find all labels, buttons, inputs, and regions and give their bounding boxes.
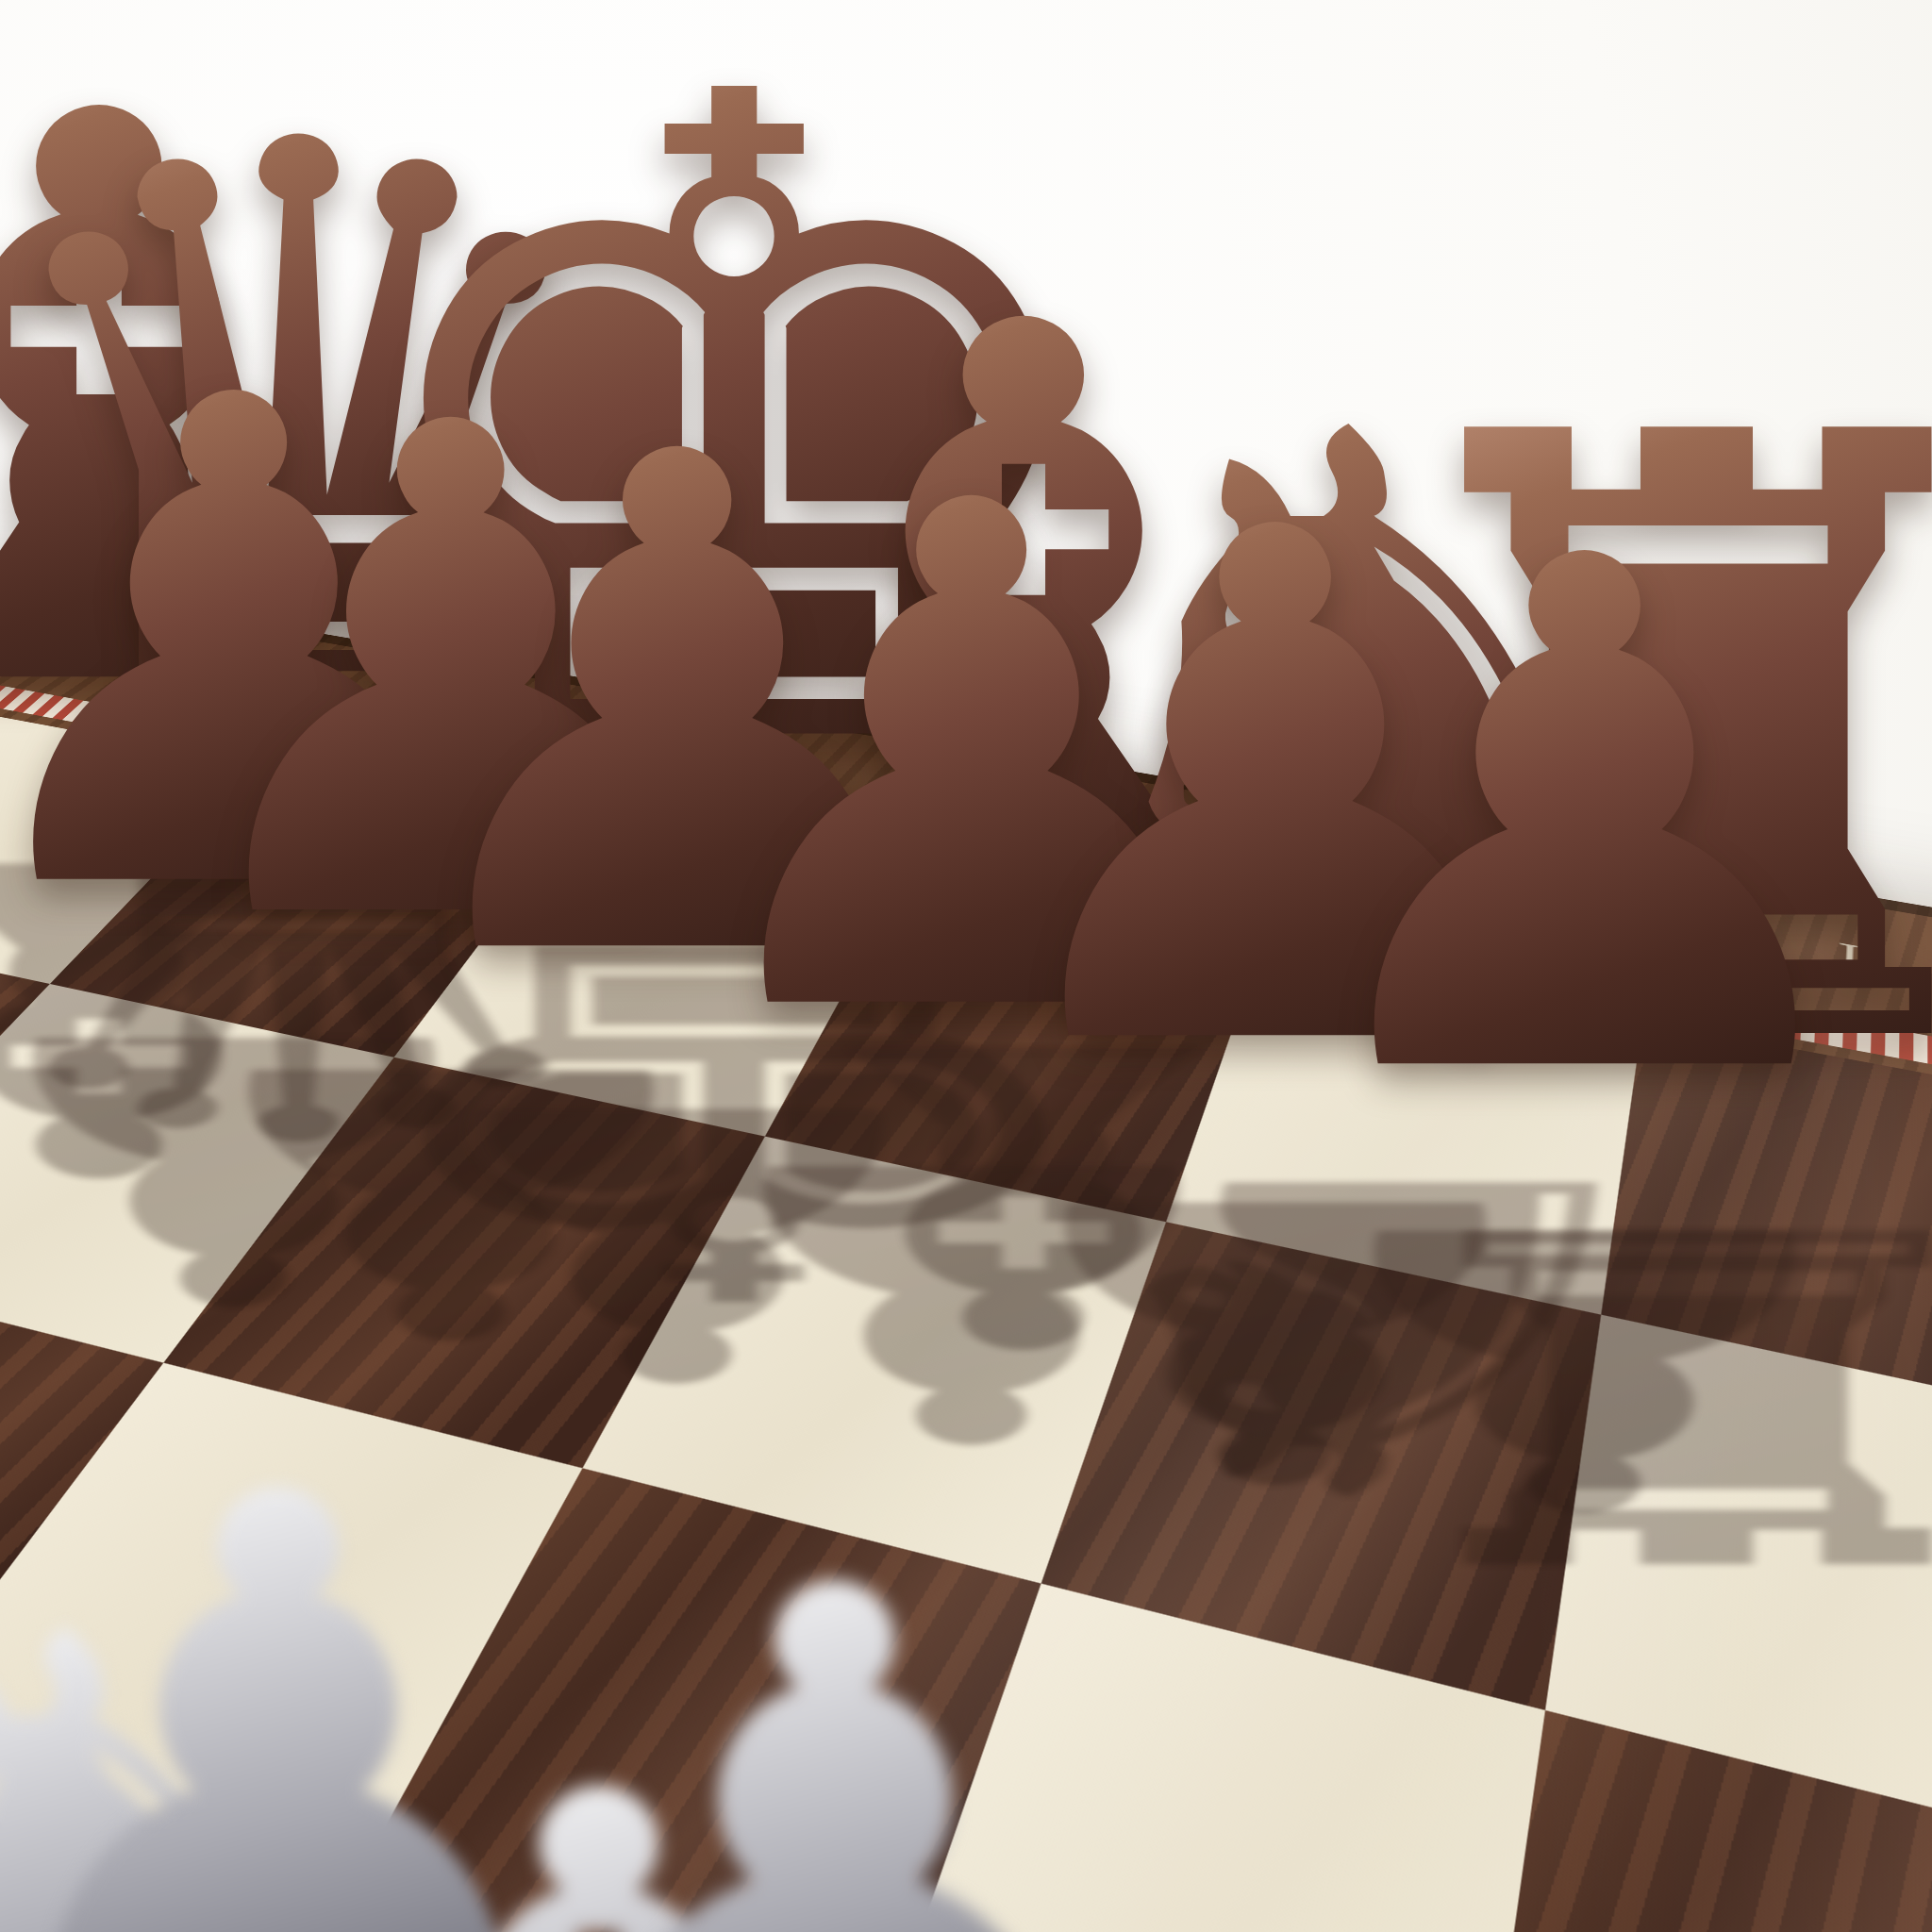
pawn-glyph: ♟	[1270, 469, 1900, 1172]
piece-black-pawn-h7[interactable]: ♟♟	[1585, 1143, 1932, 1846]
pieces-layer: ♝♝♛♛♟♟♚♚♟♟♟♟♝♝♟♟♞♞♟♟♜♜♟♟♞♟♝♟	[0, 0, 1932, 1932]
pawn-glyph: ♟	[496, 1492, 1173, 1932]
piece-reflection: ♟	[1270, 1172, 1900, 1558]
